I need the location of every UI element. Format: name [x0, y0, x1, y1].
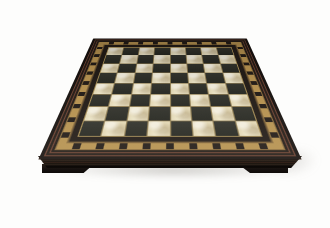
square-d1[interactable]: [148, 121, 170, 136]
square-g1[interactable]: [214, 121, 238, 136]
square-f3[interactable]: [190, 95, 210, 107]
square-f7[interactable]: [186, 55, 202, 63]
square-d3[interactable]: [150, 95, 169, 107]
board-grid: [79, 48, 261, 136]
square-a7[interactable]: [104, 55, 122, 63]
square-a1[interactable]: [79, 121, 105, 136]
square-e8[interactable]: [170, 48, 185, 55]
square-b4[interactable]: [113, 83, 133, 94]
chessboard-product-photo: [0, 0, 330, 228]
square-d7[interactable]: [154, 55, 170, 63]
square-a8[interactable]: [107, 48, 124, 55]
square-b5[interactable]: [115, 73, 134, 83]
square-e7[interactable]: [170, 55, 186, 63]
square-b8[interactable]: [123, 48, 139, 55]
square-g4[interactable]: [207, 83, 227, 94]
square-h8[interactable]: [216, 48, 233, 55]
square-f2[interactable]: [191, 107, 213, 120]
square-a5[interactable]: [97, 73, 117, 83]
square-f5[interactable]: [188, 73, 206, 83]
square-h1[interactable]: [236, 121, 262, 136]
playing-area: [77, 47, 262, 137]
square-a4[interactable]: [93, 83, 114, 94]
square-b3[interactable]: [109, 95, 130, 107]
square-h4[interactable]: [226, 83, 247, 94]
square-c1[interactable]: [125, 121, 148, 136]
square-g8[interactable]: [201, 48, 217, 55]
square-e6[interactable]: [170, 64, 187, 73]
square-c3[interactable]: [130, 95, 150, 107]
square-c5[interactable]: [134, 73, 152, 83]
square-a3[interactable]: [89, 95, 111, 107]
square-e1[interactable]: [171, 121, 193, 136]
square-g7[interactable]: [202, 55, 219, 63]
chessboard: [38, 38, 301, 159]
square-e5[interactable]: [170, 73, 187, 83]
square-h5[interactable]: [223, 73, 243, 83]
square-b7[interactable]: [120, 55, 137, 63]
square-d5[interactable]: [152, 73, 169, 83]
square-g5[interactable]: [206, 73, 225, 83]
square-f8[interactable]: [186, 48, 202, 55]
square-f1[interactable]: [192, 121, 215, 136]
square-a2[interactable]: [84, 107, 108, 120]
square-d6[interactable]: [153, 64, 170, 73]
square-g2[interactable]: [211, 107, 234, 120]
square-h6[interactable]: [221, 64, 240, 73]
square-c7[interactable]: [137, 55, 153, 63]
square-c8[interactable]: [139, 48, 155, 55]
square-b2[interactable]: [106, 107, 129, 120]
square-c2[interactable]: [127, 107, 149, 120]
square-e2[interactable]: [171, 107, 191, 120]
square-h2[interactable]: [232, 107, 256, 120]
square-h3[interactable]: [229, 95, 251, 107]
square-c6[interactable]: [136, 64, 153, 73]
square-h7[interactable]: [218, 55, 236, 63]
square-a6[interactable]: [101, 64, 120, 73]
square-d2[interactable]: [149, 107, 169, 120]
square-g3[interactable]: [209, 95, 230, 107]
square-g6[interactable]: [204, 64, 222, 73]
square-c4[interactable]: [132, 83, 151, 94]
square-d8[interactable]: [154, 48, 169, 55]
square-e4[interactable]: [171, 83, 189, 94]
ornament-inlay-border: [56, 42, 284, 149]
square-e3[interactable]: [171, 95, 190, 107]
square-b1[interactable]: [102, 121, 126, 136]
square-d4[interactable]: [151, 83, 169, 94]
square-f6[interactable]: [187, 64, 204, 73]
board-frame: [38, 38, 301, 159]
square-b6[interactable]: [118, 64, 136, 73]
square-f4[interactable]: [189, 83, 208, 94]
